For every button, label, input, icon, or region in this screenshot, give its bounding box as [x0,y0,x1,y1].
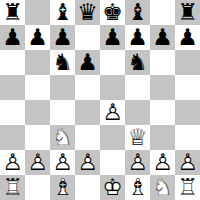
piece-black-pawn[interactable]: ♟ [100,25,125,50]
square-f8[interactable]: ♝ [125,0,150,25]
square-b2[interactable]: ♟♙ [25,150,50,175]
piece-outline: ♙ [175,150,200,175]
piece-white-rook[interactable]: ♜♖ [0,175,25,200]
piece-outline: ♙ [125,150,150,175]
square-d7[interactable] [75,25,100,50]
piece-white-queen[interactable]: ♛♕ [125,125,150,150]
piece-outline: ♕ [125,125,150,150]
square-a8[interactable]: ♜ [0,0,25,25]
piece-white-pawn[interactable]: ♟♙ [100,100,125,125]
square-g5[interactable] [150,75,175,100]
square-f6[interactable]: ♞ [125,50,150,75]
piece-black-bishop[interactable]: ♝ [50,0,75,25]
square-c3[interactable]: ♞♘ [50,125,75,150]
square-e5[interactable] [100,75,125,100]
piece-white-rook[interactable]: ♜♖ [175,175,200,200]
piece-outline: ♙ [0,150,25,175]
piece-white-knight[interactable]: ♞♘ [50,125,75,150]
piece-white-knight[interactable]: ♞♘ [150,175,175,200]
piece-outline: ♙ [100,100,125,125]
square-b1[interactable] [25,175,50,200]
piece-black-pawn[interactable]: ♟ [25,25,50,50]
piece-outline: ♔ [100,175,125,200]
chess-board: ♜♝♛♚♝♜♟♟♟♟♟♟♟♞♟♞♟♙♞♘♛♕♟♙♟♙♟♙♟♙♟♙♟♙♟♙♜♖♝♗… [0,0,200,200]
square-a4[interactable] [0,100,25,125]
piece-outline: ♙ [75,150,100,175]
square-d1[interactable] [75,175,100,200]
square-g2[interactable]: ♟♙ [150,150,175,175]
piece-black-pawn[interactable]: ♟ [75,50,100,75]
square-f2[interactable]: ♟♙ [125,150,150,175]
piece-outline: ♙ [150,150,175,175]
piece-black-pawn[interactable]: ♟ [125,25,150,50]
piece-black-knight[interactable]: ♞ [50,50,75,75]
piece-black-rook[interactable]: ♜ [0,0,25,25]
square-b5[interactable] [25,75,50,100]
piece-black-bishop[interactable]: ♝ [125,0,150,25]
square-b3[interactable] [25,125,50,150]
square-f4[interactable] [125,100,150,125]
piece-black-knight[interactable]: ♞ [125,50,150,75]
piece-outline: ♗ [50,175,75,200]
square-a6[interactable] [0,50,25,75]
square-c8[interactable]: ♝ [50,0,75,25]
piece-white-bishop[interactable]: ♝♗ [125,175,150,200]
square-f3[interactable]: ♛♕ [125,125,150,150]
piece-white-pawn[interactable]: ♟♙ [50,150,75,175]
square-e8[interactable]: ♚ [100,0,125,25]
piece-outline: ♙ [25,150,50,175]
square-c4[interactable] [50,100,75,125]
square-c6[interactable]: ♞ [50,50,75,75]
square-a7[interactable]: ♟ [0,25,25,50]
piece-black-queen[interactable]: ♛ [75,0,100,25]
piece-black-rook[interactable]: ♜ [175,0,200,25]
square-f7[interactable]: ♟ [125,25,150,50]
square-f1[interactable]: ♝♗ [125,175,150,200]
square-g1[interactable]: ♞♘ [150,175,175,200]
square-a5[interactable] [0,75,25,100]
square-d2[interactable]: ♟♙ [75,150,100,175]
square-e4[interactable]: ♟♙ [100,100,125,125]
square-c5[interactable] [50,75,75,100]
square-b8[interactable] [25,0,50,25]
piece-black-pawn[interactable]: ♟ [175,25,200,50]
square-d6[interactable]: ♟ [75,50,100,75]
square-h5[interactable] [175,75,200,100]
piece-outline: ♙ [50,150,75,175]
piece-black-pawn[interactable]: ♟ [50,25,75,50]
square-h4[interactable] [175,100,200,125]
square-f5[interactable] [125,75,150,100]
square-e3[interactable] [100,125,125,150]
piece-outline: ♗ [125,175,150,200]
piece-black-king[interactable]: ♚ [100,0,125,25]
square-d4[interactable] [75,100,100,125]
square-h2[interactable]: ♟♙ [175,150,200,175]
piece-white-pawn[interactable]: ♟♙ [25,150,50,175]
piece-outline: ♘ [50,125,75,150]
square-g6[interactable] [150,50,175,75]
piece-white-pawn[interactable]: ♟♙ [125,150,150,175]
square-d5[interactable] [75,75,100,100]
square-h7[interactable]: ♟ [175,25,200,50]
piece-white-pawn[interactable]: ♟♙ [150,150,175,175]
square-a2[interactable]: ♟♙ [0,150,25,175]
square-b7[interactable]: ♟ [25,25,50,50]
piece-black-pawn[interactable]: ♟ [0,25,25,50]
square-b6[interactable] [25,50,50,75]
square-b4[interactable] [25,100,50,125]
square-d3[interactable] [75,125,100,150]
piece-black-pawn[interactable]: ♟ [150,25,175,50]
square-a3[interactable] [0,125,25,150]
square-g3[interactable] [150,125,175,150]
square-e1[interactable]: ♚♔ [100,175,125,200]
square-h1[interactable]: ♜♖ [175,175,200,200]
piece-white-pawn[interactable]: ♟♙ [175,150,200,175]
piece-white-pawn[interactable]: ♟♙ [75,150,100,175]
square-g4[interactable] [150,100,175,125]
piece-outline: ♖ [0,175,25,200]
square-g7[interactable]: ♟ [150,25,175,50]
square-a1[interactable]: ♜♖ [0,175,25,200]
square-h8[interactable]: ♜ [175,0,200,25]
square-c7[interactable]: ♟ [50,25,75,50]
square-g8[interactable] [150,0,175,25]
piece-white-pawn[interactable]: ♟♙ [0,150,25,175]
piece-white-bishop[interactable]: ♝♗ [50,175,75,200]
piece-outline: ♖ [175,175,200,200]
square-c1[interactable]: ♝♗ [50,175,75,200]
square-h3[interactable] [175,125,200,150]
square-d8[interactable]: ♛ [75,0,100,25]
square-h6[interactable] [175,50,200,75]
square-e2[interactable] [100,150,125,175]
piece-outline: ♘ [150,175,175,200]
piece-white-king[interactable]: ♚♔ [100,175,125,200]
square-c2[interactable]: ♟♙ [50,150,75,175]
square-e7[interactable]: ♟ [100,25,125,50]
square-e6[interactable] [100,50,125,75]
